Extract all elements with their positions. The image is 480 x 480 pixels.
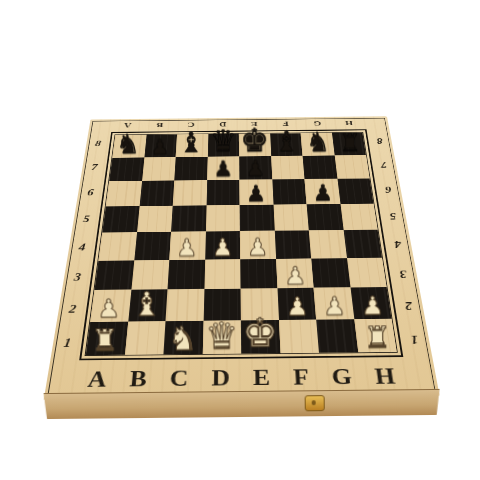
square-a4[interactable] — [98, 232, 136, 260]
coordinate-label-B: B — [156, 122, 163, 129]
square-g6[interactable]: ♟ — [304, 179, 340, 204]
square-b8[interactable]: ♟ — [144, 134, 177, 157]
coordinate-label-6: 6 — [385, 185, 393, 194]
square-f1[interactable] — [279, 319, 319, 353]
square-g8[interactable]: ♞ — [301, 133, 335, 156]
square-f7[interactable] — [271, 156, 305, 180]
white-pawn-c4[interactable]: ♟ — [176, 236, 197, 259]
square-h5[interactable] — [340, 203, 378, 230]
square-c3[interactable] — [167, 259, 204, 289]
square-c7[interactable] — [174, 157, 207, 181]
coordinate-label-3: 3 — [399, 268, 408, 279]
white-knight-c1[interactable]: ♞ — [168, 322, 198, 353]
white-king-e1[interactable]: ♚ — [243, 315, 279, 353]
square-e3[interactable] — [240, 259, 277, 289]
square-h2[interactable]: ♟ — [350, 287, 391, 319]
coordinate-label-H: H — [373, 365, 396, 388]
square-f4[interactable] — [274, 230, 311, 258]
chess-set-photo: 87654321 87654321 ABCDEFGH ABCDEFGH ♞♟♝♛… — [0, 0, 480, 480]
square-h6[interactable] — [337, 178, 373, 203]
square-f3[interactable]: ♟ — [276, 258, 314, 288]
square-h3[interactable] — [347, 257, 387, 287]
black-pawn-e7[interactable]: ♟ — [246, 158, 266, 179]
square-a7[interactable] — [109, 157, 144, 181]
square-c4[interactable]: ♟ — [169, 231, 205, 259]
coordinate-label-4: 4 — [78, 242, 86, 252]
board-grid: ♞♟♝♛♚♝♞♜♟♟♟♟♟♟♟♟♟♝♟♟♟♜♞♛♚♜ — [85, 132, 398, 356]
square-d6[interactable] — [206, 180, 239, 205]
coordinate-label-G: G — [331, 365, 353, 388]
coordinate-label-H: H — [345, 120, 354, 127]
black-knight-a8[interactable]: ♞ — [116, 131, 140, 157]
black-queen-d8[interactable]: ♛ — [210, 127, 237, 156]
square-e5[interactable] — [240, 204, 275, 231]
board-scene: 87654321 87654321 ABCDEFGH ABCDEFGH ♞♟♝♛… — [39, 0, 439, 400]
square-c6[interactable] — [173, 180, 207, 205]
square-c8[interactable]: ♝ — [176, 134, 208, 157]
square-e8[interactable]: ♚ — [239, 133, 271, 156]
black-pawn-d7[interactable]: ♟ — [213, 159, 233, 180]
board-frame: 87654321 87654321 ABCDEFGH ABCDEFGH ♞♟♝♛… — [44, 116, 440, 400]
black-pawn-e6[interactable]: ♟ — [246, 183, 266, 204]
black-knight-g8[interactable]: ♞ — [306, 129, 330, 155]
coordinate-label-6: 6 — [87, 188, 95, 197]
square-f8[interactable]: ♝ — [270, 133, 303, 156]
coordinate-label-7: 7 — [91, 163, 98, 172]
square-g2[interactable]: ♟ — [314, 287, 354, 319]
coordinate-label-8: 8 — [376, 136, 383, 144]
square-e1[interactable]: ♚ — [241, 320, 280, 354]
black-rook-h8[interactable]: ♜ — [339, 131, 361, 154]
coordinate-label-4: 4 — [394, 239, 402, 249]
square-b6[interactable] — [139, 180, 174, 205]
coordinate-label-C: C — [169, 367, 189, 390]
coordinate-label-D: D — [211, 367, 230, 390]
square-e4[interactable]: ♟ — [240, 231, 276, 259]
square-e7[interactable]: ♟ — [239, 156, 272, 180]
square-g4[interactable] — [309, 230, 347, 258]
square-a8[interactable]: ♞ — [112, 135, 146, 158]
square-g7[interactable] — [303, 155, 338, 179]
coordinate-label-B: B — [129, 367, 148, 390]
square-d7[interactable]: ♟ — [207, 156, 240, 180]
board-pinstripe-border: ♞♟♝♛♚♝♞♜♟♟♟♟♟♟♟♟♟♝♟♟♟♜♞♛♚♜ — [79, 129, 403, 360]
coordinate-label-F: F — [292, 366, 309, 389]
square-f6[interactable] — [272, 179, 307, 204]
square-b2[interactable]: ♝ — [128, 289, 168, 321]
white-pawn-a2[interactable]: ♟ — [98, 297, 121, 321]
square-a5[interactable] — [102, 206, 139, 233]
square-b5[interactable] — [137, 205, 173, 232]
square-d1[interactable]: ♛ — [202, 320, 241, 354]
square-c2[interactable] — [166, 289, 204, 321]
square-h1[interactable]: ♜ — [354, 318, 397, 352]
square-c5[interactable] — [171, 205, 206, 232]
square-d8[interactable]: ♛ — [207, 134, 239, 157]
square-a2[interactable]: ♟ — [90, 290, 131, 322]
square-f2[interactable]: ♟ — [277, 288, 316, 320]
square-d3[interactable] — [204, 259, 241, 289]
coordinate-label-8: 8 — [95, 139, 102, 147]
coordinate-label-A: A — [87, 368, 108, 391]
square-d5[interactable] — [205, 205, 239, 232]
coordinate-label-5: 5 — [389, 211, 397, 221]
black-bishop-c8[interactable]: ♝ — [179, 130, 204, 156]
square-g5[interactable] — [307, 204, 344, 231]
square-b7[interactable] — [142, 157, 176, 181]
black-pawn-g6[interactable]: ♟ — [313, 182, 333, 203]
black-bishop-f8[interactable]: ♝ — [274, 129, 299, 155]
square-c1[interactable]: ♞ — [163, 320, 203, 354]
coordinate-label-1: 1 — [410, 333, 419, 346]
square-d4[interactable]: ♟ — [205, 231, 240, 259]
white-pawn-f2[interactable]: ♟ — [286, 295, 309, 319]
coordinate-label-5: 5 — [83, 214, 91, 224]
square-g1[interactable] — [316, 319, 358, 353]
white-pawn-h2[interactable]: ♟ — [361, 294, 384, 318]
square-h8[interactable]: ♜ — [332, 132, 366, 155]
square-g3[interactable] — [311, 258, 350, 288]
white-pawn-g2[interactable]: ♟ — [323, 294, 346, 318]
square-a1[interactable]: ♜ — [86, 321, 128, 355]
coordinate-label-2: 2 — [68, 303, 77, 315]
black-king-e8[interactable]: ♚ — [240, 125, 269, 156]
white-pawn-d4[interactable]: ♟ — [212, 236, 233, 259]
coordinate-label-2: 2 — [404, 299, 413, 311]
black-pawn-b8[interactable]: ♟ — [150, 136, 169, 156]
square-b1[interactable] — [125, 321, 166, 355]
coordinate-label-E: E — [253, 366, 271, 389]
white-bishop-b2[interactable]: ♝ — [132, 289, 161, 320]
coordinate-label-1: 1 — [63, 336, 72, 349]
coordinate-label-3: 3 — [73, 271, 81, 282]
white-rook-a1[interactable]: ♜ — [92, 326, 119, 355]
white-pawn-e4[interactable]: ♟ — [247, 236, 268, 259]
square-a3[interactable] — [94, 260, 133, 290]
white-rook-h1[interactable]: ♜ — [364, 323, 391, 352]
square-a6[interactable] — [106, 181, 142, 206]
white-pawn-f3[interactable]: ♟ — [284, 264, 306, 287]
square-h7[interactable] — [334, 155, 369, 179]
board-tilt: 87654321 87654321 ABCDEFGH ABCDEFGH ♞♟♝♛… — [44, 116, 440, 400]
brass-clasp-icon — [305, 395, 325, 411]
white-queen-d1[interactable]: ♛ — [205, 318, 238, 353]
square-e6[interactable]: ♟ — [239, 179, 273, 204]
square-f5[interactable] — [273, 204, 309, 231]
box-front-edge — [44, 389, 440, 419]
square-h4[interactable] — [343, 230, 382, 258]
square-b4[interactable] — [134, 232, 171, 260]
coordinate-label-7: 7 — [380, 160, 387, 169]
